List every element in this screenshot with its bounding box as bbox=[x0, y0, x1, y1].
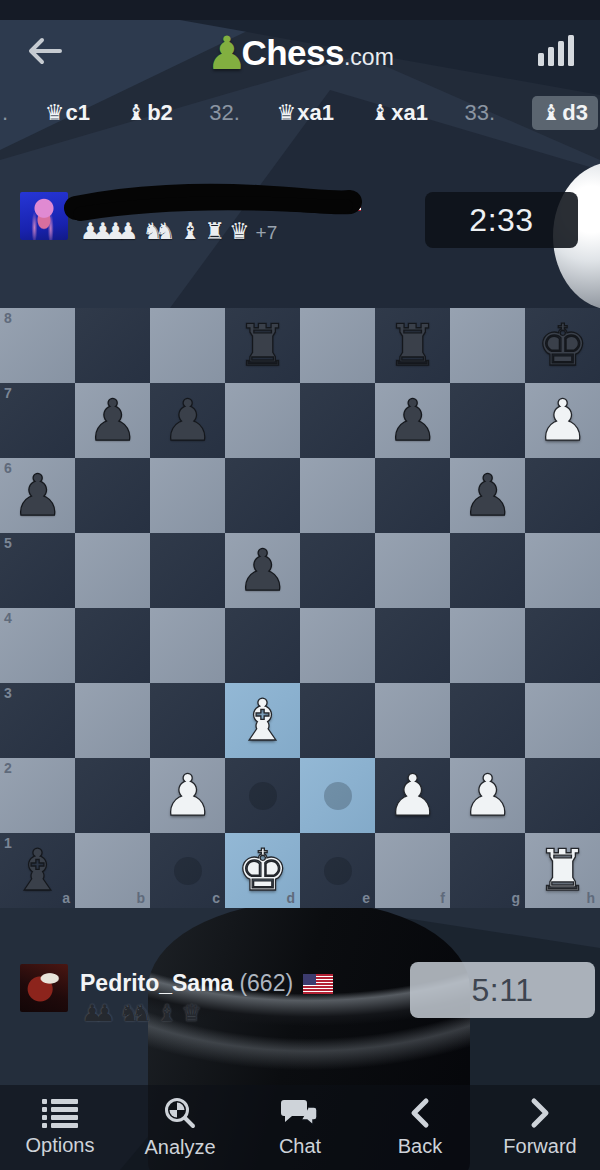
square-d7[interactable] bbox=[225, 383, 300, 458]
captured-piece-group: ♟♟♟♟ bbox=[80, 220, 130, 243]
square-b3[interactable] bbox=[75, 683, 150, 758]
white-pawn: ♟ bbox=[525, 383, 600, 458]
square-d3[interactable]: ♝ bbox=[225, 683, 300, 758]
square-g5[interactable] bbox=[450, 533, 525, 608]
legal-move-dot bbox=[249, 782, 277, 810]
square-g6[interactable]: ♟ bbox=[450, 458, 525, 533]
nav-label: Options bbox=[26, 1134, 95, 1157]
square-g4[interactable] bbox=[450, 608, 525, 683]
black-pawn: ♟ bbox=[75, 383, 150, 458]
square-a8[interactable]: 8 bbox=[0, 308, 75, 383]
move-number: . bbox=[2, 100, 8, 126]
white-king: ♚ bbox=[225, 833, 300, 908]
nav-label: Chat bbox=[279, 1135, 321, 1158]
rank-label: 2 bbox=[4, 760, 12, 776]
nav-options-button[interactable]: Options bbox=[0, 1085, 120, 1170]
square-f2[interactable]: ♟ bbox=[375, 758, 450, 833]
square-h7[interactable]: ♟ bbox=[525, 383, 600, 458]
square-e2[interactable] bbox=[300, 758, 375, 833]
nav-label: Forward bbox=[503, 1135, 576, 1158]
square-e5[interactable] bbox=[300, 533, 375, 608]
nav-chat-button[interactable]: Chat bbox=[240, 1085, 360, 1170]
square-f8[interactable]: ♜ bbox=[375, 308, 450, 383]
square-h3[interactable] bbox=[525, 683, 600, 758]
chesscom-logo: ♟Chess.com bbox=[0, 18, 600, 88]
square-a1[interactable]: 1a♝ bbox=[0, 833, 75, 908]
square-c2[interactable]: ♟ bbox=[150, 758, 225, 833]
status-bar bbox=[0, 0, 600, 20]
square-a4[interactable]: 4 bbox=[0, 608, 75, 683]
legal-move-dot bbox=[324, 857, 352, 885]
chess-app-screen: ♟Chess.com .♛c1♝b232.♛xa1♝xa133.♝d3 ♟♟♟♟… bbox=[0, 0, 600, 1170]
piece-figurine-icon: ♝ bbox=[370, 100, 390, 125]
square-g8[interactable] bbox=[450, 308, 525, 383]
legal-move-dot bbox=[324, 782, 352, 810]
white-pawn: ♟ bbox=[375, 758, 450, 833]
file-label: e bbox=[362, 890, 370, 906]
piece-figurine-icon: ♛ bbox=[45, 100, 65, 125]
captured-piece-group: ♞♞ bbox=[119, 1002, 144, 1025]
black-bishop: ♝ bbox=[0, 833, 75, 908]
white-rook: ♜ bbox=[525, 833, 600, 908]
square-b5[interactable] bbox=[75, 533, 150, 608]
nav-forward-button[interactable]: Forward bbox=[480, 1085, 600, 1170]
move-list: .♛c1♝b232.♛xa1♝xa133.♝d3 bbox=[0, 90, 600, 135]
square-e4[interactable] bbox=[300, 608, 375, 683]
move-text: 33. bbox=[464, 100, 495, 126]
move-item[interactable]: ♝d3 bbox=[532, 96, 598, 130]
bottom-player-name: Pedrito_Sama bbox=[80, 970, 233, 996]
legal-move-dot bbox=[174, 857, 202, 885]
square-a7[interactable]: 7 bbox=[0, 383, 75, 458]
black-pawn: ♟ bbox=[225, 533, 300, 608]
square-c7[interactable]: ♟ bbox=[150, 383, 225, 458]
square-b7[interactable]: ♟ bbox=[75, 383, 150, 458]
piece-figurine-icon: ♛ bbox=[276, 100, 296, 125]
chess-board: 8♜♜♚7♟♟♟♟6♟♟5♟43♝2♟♟♟1a♝bcd♚efgh♜ bbox=[0, 308, 600, 908]
piece-figurine-icon: ♝ bbox=[542, 100, 562, 125]
logo-suffix-text: .com bbox=[344, 44, 394, 71]
move-number: 33. bbox=[464, 100, 495, 126]
move-text: 32. bbox=[209, 100, 240, 126]
black-rook: ♜ bbox=[375, 308, 450, 383]
move-text: xa1 bbox=[297, 100, 334, 126]
square-h1[interactable]: h♜ bbox=[525, 833, 600, 908]
top-player-avatar[interactable] bbox=[20, 192, 68, 240]
square-f7[interactable]: ♟ bbox=[375, 383, 450, 458]
rank-label: 4 bbox=[4, 610, 12, 626]
square-a2[interactable]: 2 bbox=[0, 758, 75, 833]
square-f3[interactable] bbox=[375, 683, 450, 758]
square-c5[interactable] bbox=[150, 533, 225, 608]
file-label: b bbox=[136, 890, 145, 906]
square-e3[interactable] bbox=[300, 683, 375, 758]
rank-label: 5 bbox=[4, 535, 12, 551]
move-text: d3 bbox=[562, 100, 588, 126]
square-c1[interactable]: c bbox=[150, 833, 225, 908]
analyze-icon bbox=[163, 1096, 197, 1130]
top-player-clock: 2:33 bbox=[425, 192, 578, 248]
header: ♟Chess.com bbox=[0, 18, 600, 88]
white-pawn: ♟ bbox=[150, 758, 225, 833]
square-b6[interactable] bbox=[75, 458, 150, 533]
nav-analyze-button[interactable]: Analyze bbox=[120, 1085, 240, 1170]
captured-piece-group: ♞♞ bbox=[142, 220, 167, 243]
square-c3[interactable] bbox=[150, 683, 225, 758]
white-bishop: ♝ bbox=[225, 683, 300, 758]
chevron-left-icon bbox=[409, 1097, 431, 1129]
square-h4[interactable] bbox=[525, 608, 600, 683]
captured-piece-group: ♝ bbox=[180, 220, 193, 243]
square-h6[interactable] bbox=[525, 458, 600, 533]
file-label: c bbox=[212, 890, 220, 906]
nav-label: Analyze bbox=[144, 1136, 215, 1159]
bottom-player-name-row: Pedrito_Sama(662) bbox=[80, 970, 333, 997]
nav-back-button[interactable]: Back bbox=[360, 1085, 480, 1170]
square-e7[interactable] bbox=[300, 383, 375, 458]
black-king: ♚ bbox=[525, 308, 600, 383]
black-pawn: ♟ bbox=[0, 458, 75, 533]
square-d8[interactable]: ♜ bbox=[225, 308, 300, 383]
rank-label: 7 bbox=[4, 385, 12, 401]
square-f6[interactable] bbox=[375, 458, 450, 533]
square-e1[interactable]: e bbox=[300, 833, 375, 908]
black-pawn: ♟ bbox=[150, 383, 225, 458]
black-rook: ♜ bbox=[225, 308, 300, 383]
captured-piece-group: ♛ bbox=[181, 1002, 194, 1025]
square-d6[interactable] bbox=[225, 458, 300, 533]
move-text: b2 bbox=[147, 100, 173, 126]
options-list-icon bbox=[42, 1098, 78, 1128]
move-text: . bbox=[2, 100, 8, 126]
square-a3[interactable]: 3 bbox=[0, 683, 75, 758]
white-pawn: ♟ bbox=[450, 758, 525, 833]
square-h2[interactable] bbox=[525, 758, 600, 833]
square-e6[interactable] bbox=[300, 458, 375, 533]
square-b4[interactable] bbox=[75, 608, 150, 683]
material-advantage: +7 bbox=[256, 222, 278, 244]
square-e8[interactable] bbox=[300, 308, 375, 383]
black-pawn: ♟ bbox=[450, 458, 525, 533]
square-c8[interactable] bbox=[150, 308, 225, 383]
chevron-right-icon bbox=[529, 1097, 551, 1129]
square-f1[interactable]: f bbox=[375, 833, 450, 908]
square-g2[interactable]: ♟ bbox=[450, 758, 525, 833]
square-b2[interactable] bbox=[75, 758, 150, 833]
top-player-captured-pieces: ♟♟♟♟♞♞♝♜♛+7 bbox=[80, 220, 277, 244]
move-text: c1 bbox=[65, 100, 89, 126]
move-number: 32. bbox=[209, 100, 240, 126]
rank-label: 3 bbox=[4, 685, 12, 701]
captured-piece-group: ♜ bbox=[204, 220, 217, 243]
square-d4[interactable] bbox=[225, 608, 300, 683]
square-c6[interactable] bbox=[150, 458, 225, 533]
square-g1[interactable]: g bbox=[450, 833, 525, 908]
square-c4[interactable] bbox=[150, 608, 225, 683]
signal-bars-icon bbox=[538, 32, 574, 66]
captured-piece-group: ♛ bbox=[229, 220, 242, 243]
square-h8[interactable]: ♚ bbox=[525, 308, 600, 383]
square-b8[interactable] bbox=[75, 308, 150, 383]
rank-label: 8 bbox=[4, 310, 12, 326]
file-label: g bbox=[511, 890, 520, 906]
move-item[interactable]: ♝b2 bbox=[126, 100, 172, 126]
captured-piece-group: ♟♟ bbox=[82, 1002, 107, 1025]
bottom-player-captured-pieces: ♟♟♞♞♝♛ bbox=[82, 1002, 206, 1025]
move-item[interactable]: ♛xa1 bbox=[276, 100, 333, 126]
square-a6[interactable]: 6♟ bbox=[0, 458, 75, 533]
square-d2[interactable] bbox=[225, 758, 300, 833]
player-card-top: ♟♟♟♟♞♞♝♜♛+7 2:33 bbox=[0, 192, 600, 252]
file-label: f bbox=[440, 890, 445, 906]
square-f5[interactable] bbox=[375, 533, 450, 608]
logo-brand-text: Chess bbox=[241, 33, 344, 73]
square-d1[interactable]: d♚ bbox=[225, 833, 300, 908]
move-item[interactable]: ♝xa1 bbox=[370, 100, 427, 126]
move-item[interactable]: ♛c1 bbox=[45, 100, 90, 126]
black-pawn: ♟ bbox=[375, 383, 450, 458]
square-g7[interactable] bbox=[450, 383, 525, 458]
square-b1[interactable]: b bbox=[75, 833, 150, 908]
captured-piece-group: ♝ bbox=[157, 1002, 170, 1025]
player-card-bottom: Pedrito_Sama(662) ♟♟♞♞♝♛ 5:11 bbox=[0, 962, 600, 1024]
square-d5[interactable]: ♟ bbox=[225, 533, 300, 608]
square-a5[interactable]: 5 bbox=[0, 533, 75, 608]
bottom-player-avatar[interactable] bbox=[20, 964, 68, 1012]
bottom-nav: Options Analyze Chat Back bbox=[0, 1085, 600, 1170]
square-h5[interactable] bbox=[525, 533, 600, 608]
chat-icon bbox=[281, 1097, 319, 1129]
bottom-player-rating: (662) bbox=[239, 970, 293, 996]
bottom-player-clock: 5:11 bbox=[410, 962, 595, 1018]
square-g3[interactable] bbox=[450, 683, 525, 758]
square-f4[interactable] bbox=[375, 608, 450, 683]
nav-label: Back bbox=[398, 1135, 442, 1158]
us-flag-icon bbox=[303, 974, 333, 994]
move-text: xa1 bbox=[391, 100, 428, 126]
piece-figurine-icon: ♝ bbox=[126, 100, 146, 125]
